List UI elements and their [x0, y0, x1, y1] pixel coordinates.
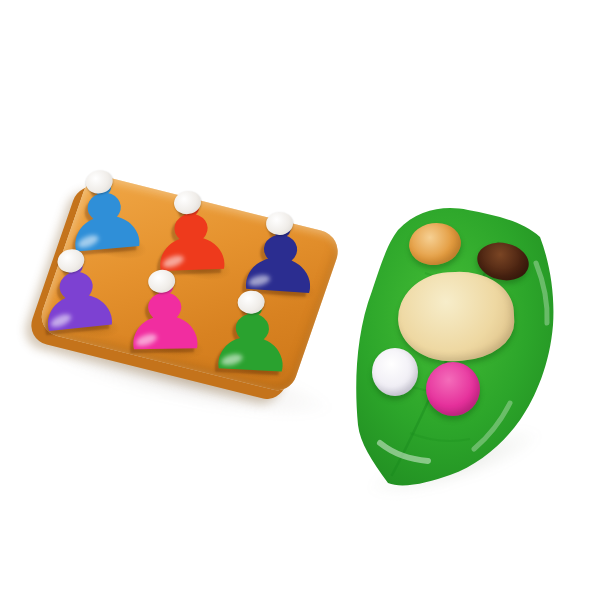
leaf-plate [350, 203, 558, 495]
photo-scene: ♟♟♟♟♟♟ [0, 0, 600, 600]
food-pink-ball [426, 362, 480, 416]
pawn-green[interactable]: ♟ [204, 282, 301, 391]
board-cell-r1c2: ♟ [205, 294, 317, 394]
food-white-ball [372, 348, 418, 396]
